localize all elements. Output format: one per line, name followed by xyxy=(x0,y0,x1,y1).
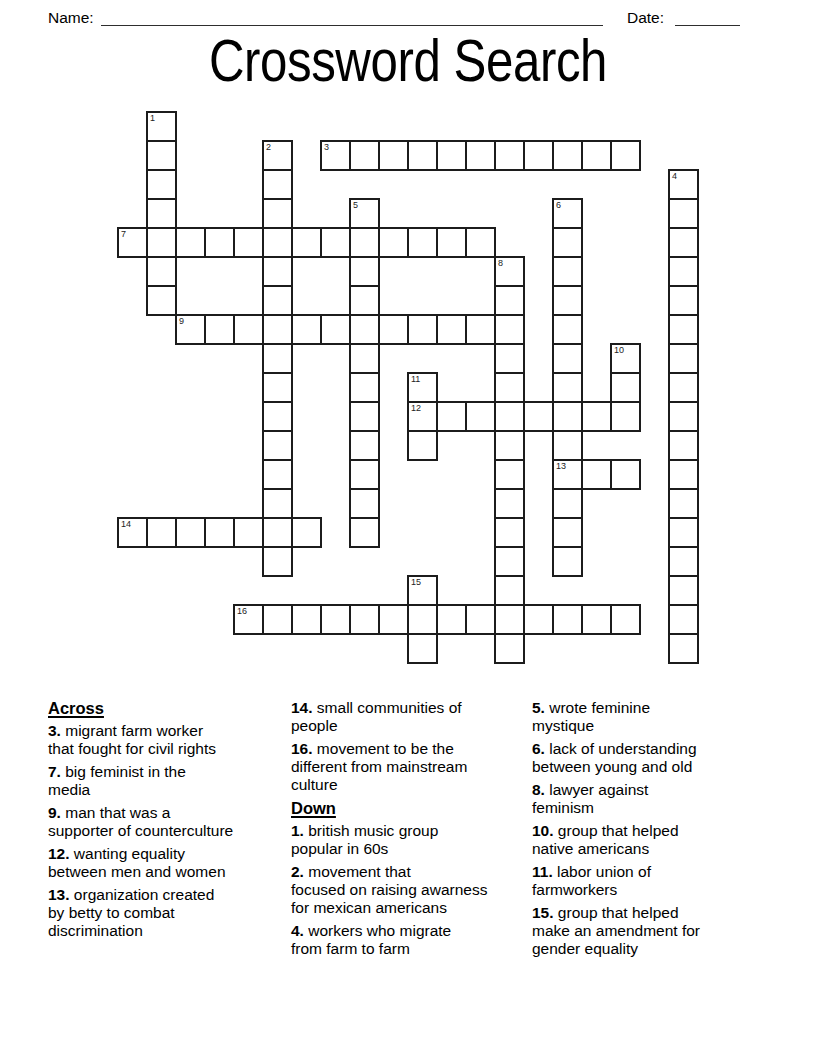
grid-cell[interactable] xyxy=(378,604,409,635)
grid-cell[interactable] xyxy=(494,459,525,490)
grid-cell[interactable] xyxy=(204,517,235,548)
grid-cell[interactable]: 1 xyxy=(146,111,177,142)
grid-cell[interactable]: 16 xyxy=(233,604,264,635)
clue-number: 2. xyxy=(291,863,304,880)
grid-cell[interactable] xyxy=(552,488,583,519)
grid-cell[interactable] xyxy=(668,488,699,519)
clue-15: 15. group that helped make an amendment … xyxy=(532,904,772,958)
grid-cell[interactable] xyxy=(291,604,322,635)
grid-cell[interactable] xyxy=(494,285,525,316)
cell-number: 11 xyxy=(411,374,420,384)
grid-cell[interactable] xyxy=(465,314,496,345)
grid-cell[interactable]: 7 xyxy=(117,227,148,258)
clue-10: 10. group that helped native americans xyxy=(532,822,772,858)
grid-cell[interactable] xyxy=(349,343,380,374)
grid-cell[interactable] xyxy=(552,517,583,548)
grid-cell[interactable] xyxy=(494,140,525,171)
grid-cell[interactable] xyxy=(262,256,293,287)
grid-cell[interactable] xyxy=(668,198,699,229)
name-line[interactable] xyxy=(101,10,603,26)
grid-cell[interactable] xyxy=(291,227,322,258)
grid-cell[interactable] xyxy=(581,459,612,490)
across-heading: Across xyxy=(48,699,290,718)
clue-number: 8. xyxy=(532,781,545,798)
grid-cell[interactable] xyxy=(436,401,467,432)
crossword-grid: 12345678910111213141516 xyxy=(117,111,699,664)
clue-4: 4. workers who migrate from farm to farm xyxy=(291,922,527,958)
grid-cell[interactable]: 9 xyxy=(175,314,206,345)
clue-number: 1. xyxy=(291,822,304,839)
grid-cell[interactable] xyxy=(552,256,583,287)
grid-cell[interactable] xyxy=(465,604,496,635)
date-line[interactable] xyxy=(675,10,740,26)
grid-cell[interactable] xyxy=(552,140,583,171)
clue-number: 6. xyxy=(532,740,545,757)
page-title: Crossword Search xyxy=(73,31,742,91)
grid-cell[interactable] xyxy=(262,459,293,490)
grid-cell[interactable]: 6 xyxy=(552,198,583,229)
grid-cell[interactable] xyxy=(494,546,525,577)
grid-cell[interactable] xyxy=(349,517,380,548)
cell-number: 10 xyxy=(614,345,624,355)
grid-cell[interactable] xyxy=(668,285,699,316)
grid-cell[interactable]: 14 xyxy=(117,517,148,548)
grid-cell[interactable] xyxy=(146,140,177,171)
grid-cell[interactable] xyxy=(494,488,525,519)
grid-cell[interactable] xyxy=(552,430,583,461)
grid-cell[interactable] xyxy=(349,430,380,461)
grid-cell[interactable] xyxy=(262,314,293,345)
grid-cell[interactable] xyxy=(407,227,438,258)
grid-cell[interactable] xyxy=(146,256,177,287)
cell-number: 7 xyxy=(121,229,126,239)
grid-cell[interactable] xyxy=(233,517,264,548)
grid-cell[interactable] xyxy=(494,314,525,345)
clue-number: 5. xyxy=(532,699,545,716)
grid-cell[interactable] xyxy=(204,314,235,345)
grid-cell[interactable] xyxy=(668,343,699,374)
clue-14: 14. small communities of people xyxy=(291,699,527,735)
grid-cell[interactable]: 15 xyxy=(407,575,438,606)
clue-number: 10. xyxy=(532,822,554,839)
clue-9: 9. man that was a supporter of countercu… xyxy=(48,804,290,840)
clue-text: wrote feminine mystique xyxy=(532,699,650,734)
grid-cell[interactable] xyxy=(407,430,438,461)
grid-cell[interactable] xyxy=(465,401,496,432)
clue-8: 8. lawyer against feminism xyxy=(532,781,772,817)
grid-cell[interactable] xyxy=(494,575,525,606)
grid-cell[interactable] xyxy=(668,227,699,258)
grid-cell[interactable] xyxy=(610,140,641,171)
date-label: Date: xyxy=(627,9,664,27)
grid-cell[interactable] xyxy=(436,227,467,258)
grid-cell[interactable] xyxy=(494,372,525,403)
clue-text: lack of understanding between young and … xyxy=(532,740,697,775)
grid-cell[interactable] xyxy=(668,372,699,403)
clue-number: 14. xyxy=(291,699,313,716)
down-heading: Down xyxy=(291,799,527,818)
grid-cell[interactable] xyxy=(349,227,380,258)
cell-number: 1 xyxy=(150,113,155,123)
clue-column-3: 5. wrote feminine mystique6. lack of und… xyxy=(532,699,772,963)
grid-cell[interactable] xyxy=(320,604,351,635)
grid-cell[interactable] xyxy=(262,488,293,519)
grid-cell[interactable] xyxy=(610,604,641,635)
grid-cell[interactable] xyxy=(146,198,177,229)
grid-cell[interactable] xyxy=(349,604,380,635)
grid-cell[interactable] xyxy=(262,430,293,461)
grid-cell[interactable] xyxy=(494,430,525,461)
grid-cell[interactable] xyxy=(436,314,467,345)
grid-cell[interactable] xyxy=(146,227,177,258)
cell-number: 9 xyxy=(179,316,184,326)
grid-cell[interactable]: 11 xyxy=(407,372,438,403)
grid-cell[interactable] xyxy=(349,285,380,316)
grid-cell[interactable] xyxy=(262,227,293,258)
grid-cell[interactable] xyxy=(668,401,699,432)
clue-7: 7. big feminist in the media xyxy=(48,763,290,799)
grid-cell[interactable] xyxy=(262,604,293,635)
grid-cell[interactable] xyxy=(523,401,554,432)
grid-cell[interactable] xyxy=(494,633,525,664)
clue-text: wanting equality between men and women xyxy=(48,845,226,880)
grid-cell[interactable] xyxy=(581,604,612,635)
clue-column-1: Across3. migrant farm worker that fought… xyxy=(48,699,290,945)
grid-cell[interactable] xyxy=(610,372,641,403)
grid-cell[interactable]: 8 xyxy=(494,256,525,287)
clue-text: group that helped native americans xyxy=(532,822,679,857)
grid-cell[interactable] xyxy=(233,227,264,258)
clue-text: movement that focused on raising awarnes… xyxy=(291,863,487,916)
grid-cell[interactable] xyxy=(523,140,554,171)
clue-column-2: 14. small communities of people16. movem… xyxy=(291,699,527,963)
clue-11: 11. labor union of farmworkers xyxy=(532,863,772,899)
grid-cell[interactable] xyxy=(494,401,525,432)
clue-number: 15. xyxy=(532,904,554,921)
worksheet-page: Name: Date: Crossword Search 12345678910… xyxy=(0,0,816,1056)
grid-cell[interactable]: 4 xyxy=(668,169,699,200)
clue-number: 3. xyxy=(48,722,61,739)
clue-text: lawyer against feminism xyxy=(532,781,648,816)
clue-number: 11. xyxy=(532,863,553,880)
name-label: Name: xyxy=(48,9,94,27)
grid-cell[interactable] xyxy=(262,343,293,374)
grid-cell[interactable] xyxy=(378,314,409,345)
grid-cell[interactable] xyxy=(378,227,409,258)
clue-3: 3. migrant farm worker that fought for c… xyxy=(48,722,290,758)
grid-cell[interactable] xyxy=(349,401,380,432)
grid-cell[interactable] xyxy=(407,314,438,345)
clue-text: british music group popular in 60s xyxy=(291,822,438,857)
clue-text: organization created by betty to combat … xyxy=(48,886,214,939)
grid-cell[interactable] xyxy=(610,401,641,432)
cell-number: 5 xyxy=(353,200,358,210)
grid-cell[interactable] xyxy=(349,314,380,345)
grid-cell[interactable] xyxy=(262,198,293,229)
grid-cell[interactable]: 12 xyxy=(407,401,438,432)
clue-text: big feminist in the media xyxy=(48,763,186,798)
grid-cell[interactable] xyxy=(552,227,583,258)
grid-cell[interactable]: 2 xyxy=(262,140,293,171)
grid-cell[interactable] xyxy=(262,546,293,577)
clue-text: small communities of people xyxy=(291,699,462,734)
clue-number: 13. xyxy=(48,886,70,903)
cell-number: 15 xyxy=(411,577,421,587)
clue-number: 7. xyxy=(48,763,61,780)
grid-cell[interactable] xyxy=(523,604,554,635)
grid-cell[interactable] xyxy=(668,575,699,606)
grid-cell[interactable] xyxy=(610,459,641,490)
grid-cell[interactable] xyxy=(552,401,583,432)
grid-cell[interactable] xyxy=(668,517,699,548)
clue-12: 12. wanting equality between men and wom… xyxy=(48,845,290,881)
clue-5: 5. wrote feminine mystique xyxy=(532,699,772,735)
grid-cell[interactable] xyxy=(436,604,467,635)
grid-cell[interactable] xyxy=(349,488,380,519)
grid-cell[interactable] xyxy=(552,546,583,577)
grid-cell[interactable] xyxy=(552,372,583,403)
grid-cell[interactable] xyxy=(668,256,699,287)
grid-cell[interactable] xyxy=(291,517,322,548)
cell-number: 3 xyxy=(324,142,329,152)
grid-cell[interactable] xyxy=(349,459,380,490)
grid-cell[interactable] xyxy=(668,314,699,345)
grid-cell[interactable] xyxy=(407,604,438,635)
clue-text: movement to be the different from mainst… xyxy=(291,740,467,793)
grid-cell[interactable] xyxy=(146,285,177,316)
clue-6: 6. lack of understanding between young a… xyxy=(532,740,772,776)
grid-cell[interactable] xyxy=(349,256,380,287)
cell-number: 12 xyxy=(411,403,421,413)
grid-cell[interactable] xyxy=(552,343,583,374)
clue-1: 1. british music group popular in 60s xyxy=(291,822,527,858)
grid-cell[interactable] xyxy=(262,401,293,432)
grid-cell[interactable] xyxy=(494,604,525,635)
grid-cell[interactable]: 5 xyxy=(349,198,380,229)
grid-cell[interactable] xyxy=(146,169,177,200)
grid-cell[interactable]: 13 xyxy=(552,459,583,490)
grid-cell[interactable] xyxy=(291,314,322,345)
grid-cell[interactable] xyxy=(465,140,496,171)
clue-number: 4. xyxy=(291,922,304,939)
clue-16: 16. movement to be the different from ma… xyxy=(291,740,527,794)
grid-cell[interactable] xyxy=(262,517,293,548)
grid-cell[interactable] xyxy=(349,140,380,171)
clue-text: migrant farm worker that fought for civi… xyxy=(48,722,216,757)
grid-cell[interactable] xyxy=(668,604,699,635)
grid-cell[interactable] xyxy=(233,314,264,345)
grid-cell[interactable] xyxy=(668,430,699,461)
grid-cell[interactable] xyxy=(320,227,351,258)
grid-cell[interactable]: 10 xyxy=(610,343,641,374)
cell-number: 14 xyxy=(121,519,131,529)
grid-cell[interactable] xyxy=(407,140,438,171)
cell-number: 16 xyxy=(237,606,247,616)
clue-text: workers who migrate from farm to farm xyxy=(291,922,451,957)
clue-number: 12. xyxy=(48,845,70,862)
clue-number: 9. xyxy=(48,804,61,821)
clue-number: 16. xyxy=(291,740,313,757)
grid-cell[interactable] xyxy=(349,372,380,403)
grid-cell[interactable] xyxy=(320,314,351,345)
grid-cell[interactable] xyxy=(668,546,699,577)
grid-cell[interactable] xyxy=(494,517,525,548)
cell-number: 2 xyxy=(266,142,271,152)
grid-cell[interactable] xyxy=(175,227,206,258)
grid-cell[interactable] xyxy=(262,372,293,403)
grid-cell[interactable] xyxy=(465,227,496,258)
cell-number: 4 xyxy=(672,171,677,181)
grid-cell[interactable] xyxy=(175,517,206,548)
grid-cell[interactable] xyxy=(552,314,583,345)
cell-number: 8 xyxy=(498,258,503,268)
grid-cell[interactable] xyxy=(262,169,293,200)
clue-13: 13. organization created by betty to com… xyxy=(48,886,290,940)
grid-cell[interactable] xyxy=(552,604,583,635)
grid-cell[interactable]: 3 xyxy=(320,140,351,171)
clue-text: group that helped make an amendment for … xyxy=(532,904,700,957)
clue-2: 2. movement that focused on raising awar… xyxy=(291,863,527,917)
grid-cell[interactable] xyxy=(494,343,525,374)
grid-cell[interactable] xyxy=(146,517,177,548)
grid-cell[interactable] xyxy=(436,140,467,171)
grid-cell[interactable] xyxy=(552,285,583,316)
grid-cell[interactable] xyxy=(581,401,612,432)
grid-cell[interactable] xyxy=(668,459,699,490)
cell-number: 6 xyxy=(556,200,561,210)
grid-cell[interactable] xyxy=(204,227,235,258)
cell-number: 13 xyxy=(556,461,566,471)
grid-cell[interactable] xyxy=(378,140,409,171)
grid-cell[interactable] xyxy=(407,633,438,664)
grid-cell[interactable] xyxy=(262,285,293,316)
clue-text: man that was a supporter of countercultu… xyxy=(48,804,233,839)
grid-cell[interactable] xyxy=(668,633,699,664)
grid-cell[interactable] xyxy=(581,140,612,171)
